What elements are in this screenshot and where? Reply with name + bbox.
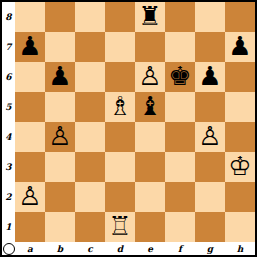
square-c6[interactable] <box>75 62 105 92</box>
square-b7[interactable] <box>45 32 75 62</box>
square-b8[interactable] <box>45 2 75 32</box>
file-label-f: f <box>165 242 195 255</box>
square-h3[interactable]: ♔ <box>225 152 255 182</box>
square-h7[interactable]: ♟ <box>225 32 255 62</box>
chess-board: ♜♟♟♟♙♚♟♗♝♙♙♔♙♖ <box>15 2 255 242</box>
square-h4[interactable] <box>225 122 255 152</box>
square-f8[interactable] <box>165 2 195 32</box>
square-e4[interactable] <box>135 122 165 152</box>
square-c4[interactable] <box>75 122 105 152</box>
piece-bP-b6: ♟ <box>45 62 75 92</box>
square-c7[interactable] <box>75 32 105 62</box>
white-to-move-indicator <box>3 243 15 255</box>
file-label-g: g <box>195 242 225 255</box>
rank-labels: 87654321 <box>2 2 15 242</box>
file-label-c: c <box>75 242 105 255</box>
square-d2[interactable] <box>105 182 135 212</box>
square-b1[interactable] <box>45 212 75 242</box>
square-g8[interactable] <box>195 2 225 32</box>
square-a5[interactable] <box>15 92 45 122</box>
square-b2[interactable] <box>45 182 75 212</box>
square-e1[interactable] <box>135 212 165 242</box>
square-h2[interactable] <box>225 182 255 212</box>
square-h6[interactable] <box>225 62 255 92</box>
piece-bB-e5: ♝ <box>135 92 165 122</box>
square-a6[interactable] <box>15 62 45 92</box>
square-f3[interactable] <box>165 152 195 182</box>
square-b6[interactable]: ♟ <box>45 62 75 92</box>
square-g5[interactable] <box>195 92 225 122</box>
rank-label-2: 2 <box>2 182 15 212</box>
square-g6[interactable]: ♟ <box>195 62 225 92</box>
square-a7[interactable]: ♟ <box>15 32 45 62</box>
file-label-a: a <box>15 242 45 255</box>
rank-label-5: 5 <box>2 92 15 122</box>
square-c8[interactable] <box>75 2 105 32</box>
piece-wP-e6: ♙ <box>135 62 165 92</box>
piece-wK-h3: ♔ <box>225 152 255 182</box>
square-c3[interactable] <box>75 152 105 182</box>
square-a4[interactable] <box>15 122 45 152</box>
square-e8[interactable]: ♜ <box>135 2 165 32</box>
square-c5[interactable] <box>75 92 105 122</box>
square-f1[interactable] <box>165 212 195 242</box>
piece-wR-d1: ♖ <box>105 212 135 242</box>
square-g3[interactable] <box>195 152 225 182</box>
square-d3[interactable] <box>105 152 135 182</box>
square-d6[interactable] <box>105 62 135 92</box>
file-label-h: h <box>225 242 255 255</box>
square-e2[interactable] <box>135 182 165 212</box>
file-label-b: b <box>45 242 75 255</box>
rank-label-3: 3 <box>2 152 15 182</box>
square-e7[interactable] <box>135 32 165 62</box>
square-a8[interactable] <box>15 2 45 32</box>
square-e6[interactable]: ♙ <box>135 62 165 92</box>
square-f7[interactable] <box>165 32 195 62</box>
square-e3[interactable] <box>135 152 165 182</box>
square-f2[interactable] <box>165 182 195 212</box>
square-d8[interactable] <box>105 2 135 32</box>
square-g7[interactable] <box>195 32 225 62</box>
square-d1[interactable]: ♖ <box>105 212 135 242</box>
file-label-d: d <box>105 242 135 255</box>
square-f6[interactable]: ♚ <box>165 62 195 92</box>
file-label-e: e <box>135 242 165 255</box>
square-g4[interactable]: ♙ <box>195 122 225 152</box>
square-b5[interactable] <box>45 92 75 122</box>
rank-label-8: 8 <box>2 2 15 32</box>
square-h1[interactable] <box>225 212 255 242</box>
square-c2[interactable] <box>75 182 105 212</box>
square-g1[interactable] <box>195 212 225 242</box>
file-labels: abcdefgh <box>15 242 255 255</box>
square-a3[interactable] <box>15 152 45 182</box>
piece-bR-e8: ♜ <box>135 2 165 32</box>
piece-bK-f6: ♚ <box>165 62 195 92</box>
square-g2[interactable] <box>195 182 225 212</box>
square-b3[interactable] <box>45 152 75 182</box>
piece-wB-d5: ♗ <box>105 92 135 122</box>
square-d5[interactable]: ♗ <box>105 92 135 122</box>
piece-wP-a2: ♙ <box>15 182 45 212</box>
square-d4[interactable] <box>105 122 135 152</box>
square-f5[interactable] <box>165 92 195 122</box>
piece-wP-b4: ♙ <box>45 122 75 152</box>
piece-bP-h7: ♟ <box>225 32 255 62</box>
square-d7[interactable] <box>105 32 135 62</box>
piece-bP-a7: ♟ <box>15 32 45 62</box>
rank-label-7: 7 <box>2 32 15 62</box>
square-a1[interactable] <box>15 212 45 242</box>
piece-wP-g4: ♙ <box>195 122 225 152</box>
square-f4[interactable] <box>165 122 195 152</box>
rank-label-4: 4 <box>2 122 15 152</box>
chess-diagram: 87654321 ♜♟♟♟♙♚♟♗♝♙♙♔♙♖ abcdefgh <box>0 0 257 257</box>
square-e5[interactable]: ♝ <box>135 92 165 122</box>
square-h5[interactable] <box>225 92 255 122</box>
rank-label-6: 6 <box>2 62 15 92</box>
square-c1[interactable] <box>75 212 105 242</box>
rank-label-1: 1 <box>2 212 15 242</box>
square-b4[interactable]: ♙ <box>45 122 75 152</box>
square-h8[interactable] <box>225 2 255 32</box>
piece-bP-g6: ♟ <box>195 62 225 92</box>
square-a2[interactable]: ♙ <box>15 182 45 212</box>
